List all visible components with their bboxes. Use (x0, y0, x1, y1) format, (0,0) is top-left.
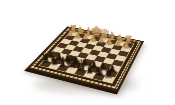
piece-glyph: ♟ (114, 40, 138, 49)
product-image[interactable]: ♜♞♝♚♛♝♞♜♟♟♟♟♟♟♟♟♟♟♟♟♟♟♟♟♜♞♝♚♛♝♞♜ (0, 0, 175, 105)
piece-glyph: ♜ (95, 67, 122, 79)
